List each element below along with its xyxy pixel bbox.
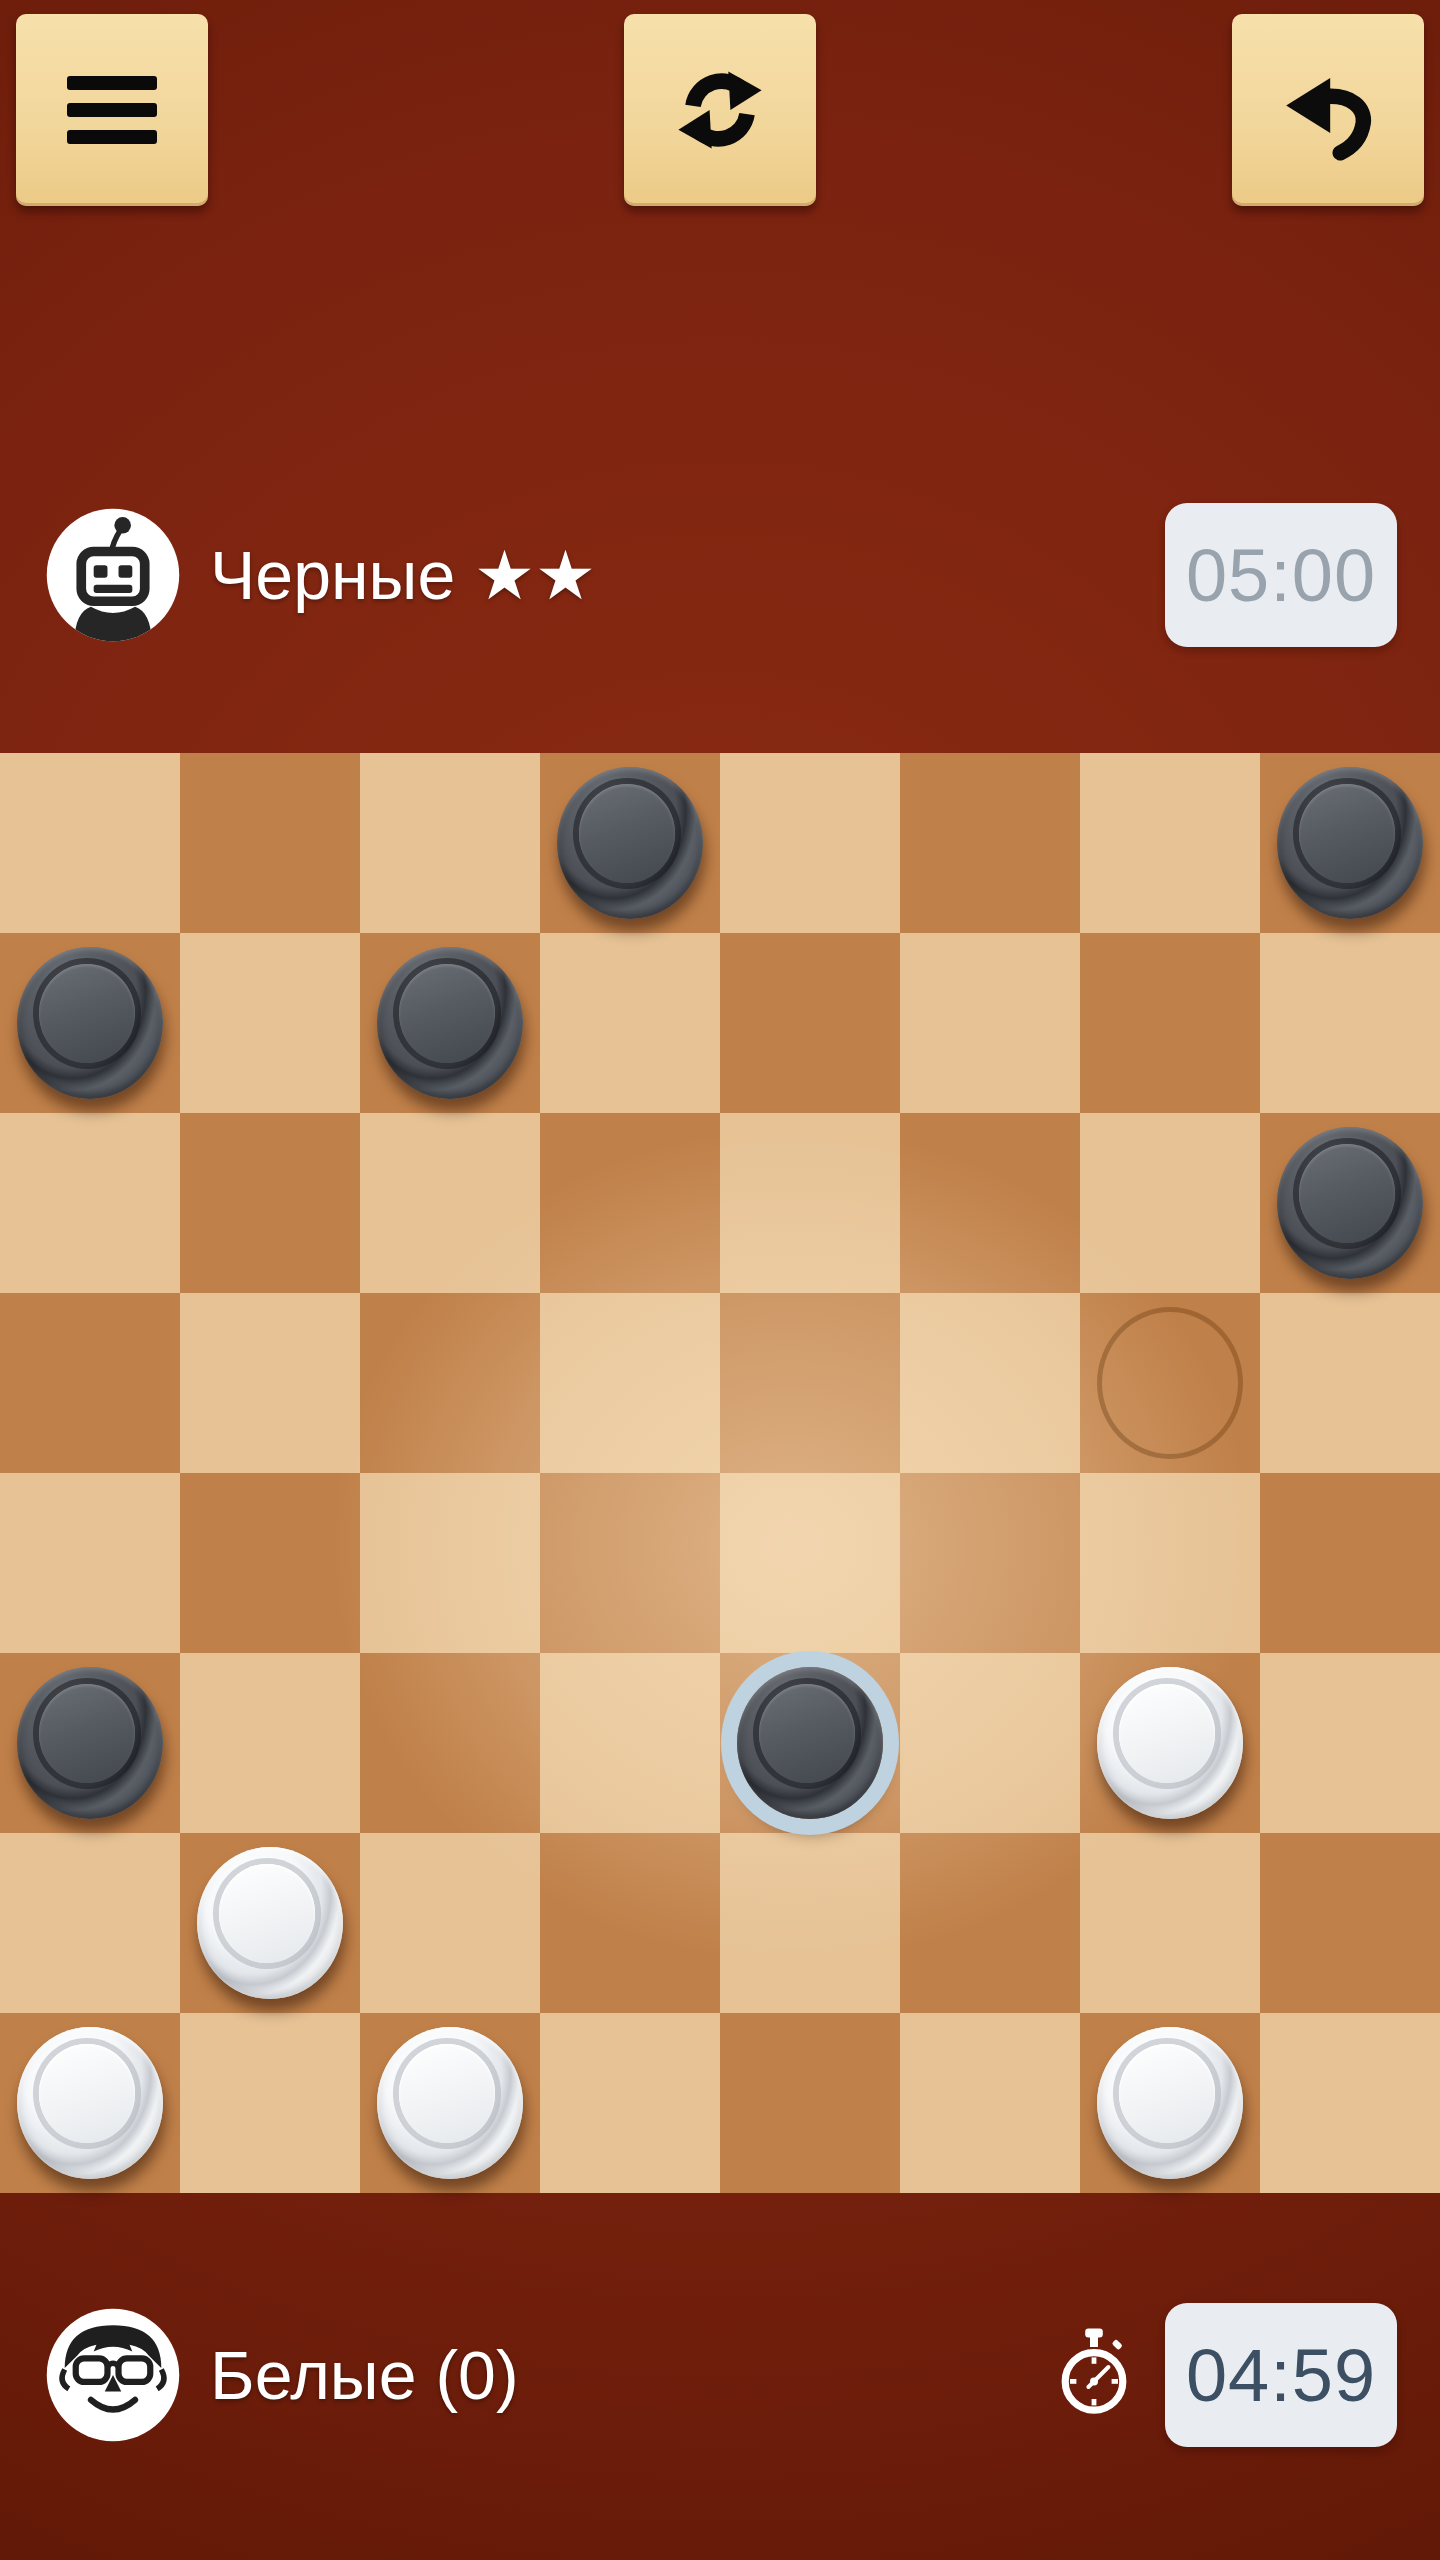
black-man-h8[interactable] [1277, 767, 1423, 919]
player-bottom-clock: 04:59 [1165, 2303, 1397, 2447]
player-bottom-name: Белые (0) [210, 2336, 519, 2414]
board [0, 753, 1440, 2193]
human-avatar [44, 2304, 182, 2446]
undo-icon [1273, 55, 1383, 165]
white-man-b2[interactable] [197, 1847, 343, 1999]
undo-button[interactable] [1232, 14, 1424, 206]
robot-avatar [44, 504, 182, 646]
black-man-a3[interactable] [17, 1667, 163, 1819]
player-top-name: Черные ★★ [210, 536, 596, 615]
player-bottom-clock-value: 04:59 [1186, 2333, 1376, 2418]
white-man-g1[interactable] [1097, 2027, 1243, 2179]
checkers-app: { "game": "checkers", "variant": "russia… [0, 0, 1440, 2560]
black-man-h6[interactable] [1277, 1127, 1423, 1279]
white-man-g3[interactable] [1097, 1667, 1243, 1819]
black-man-c7[interactable] [377, 947, 523, 1099]
player-top-clock: 05:00 [1165, 503, 1397, 647]
black-man-a7[interactable] [17, 947, 163, 1099]
black-man-e3-selected[interactable] [737, 1667, 883, 1819]
white-man-c1[interactable] [377, 2027, 523, 2179]
player-bottom-row: Белые (0) 04:59 [0, 2300, 1440, 2450]
player-top-row: Черные ★★ 05:00 [0, 500, 1440, 650]
restart-icon [668, 58, 772, 162]
hamburger-icon [67, 76, 157, 144]
player-top-clock-value: 05:00 [1186, 533, 1376, 618]
menu-button[interactable] [16, 14, 208, 206]
piece-layer [0, 753, 1440, 2193]
black-man-d8[interactable] [557, 767, 703, 919]
restart-button[interactable] [624, 14, 816, 206]
move-hint-circle[interactable] [1097, 1307, 1243, 1459]
white-man-a1[interactable] [17, 2027, 163, 2179]
stopwatch-icon [1054, 2323, 1134, 2427]
